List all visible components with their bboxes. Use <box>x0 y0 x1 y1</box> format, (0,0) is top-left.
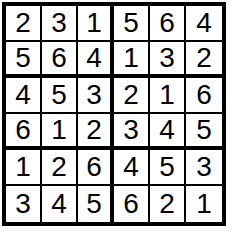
sudoku-cell-r1c1[interactable]: 2 <box>6 6 42 42</box>
sudoku-cell-r6c6[interactable]: 1 <box>186 186 222 222</box>
sudoku-cell-r5c1[interactable]: 1 <box>6 150 42 186</box>
sudoku-cell-r1c6[interactable]: 4 <box>186 6 222 42</box>
sudoku-cell-r2c4[interactable]: 1 <box>114 42 150 78</box>
sudoku-cell-r3c3[interactable]: 3 <box>78 78 114 114</box>
sudoku-cell-r4c2[interactable]: 1 <box>42 114 78 150</box>
sudoku-cell-r6c3[interactable]: 5 <box>78 186 114 222</box>
page: 2 3 1 5 6 4 5 6 4 1 3 2 4 5 3 2 1 6 6 1 … <box>0 0 243 249</box>
sudoku-cell-r3c2[interactable]: 5 <box>42 78 78 114</box>
sudoku-cell-r6c4[interactable]: 6 <box>114 186 150 222</box>
sudoku-cell-r5c2[interactable]: 2 <box>42 150 78 186</box>
sudoku-cell-r2c2[interactable]: 6 <box>42 42 78 78</box>
sudoku-cell-r1c3[interactable]: 1 <box>78 6 114 42</box>
sudoku-cell-r6c2[interactable]: 4 <box>42 186 78 222</box>
sudoku-cell-r6c1[interactable]: 3 <box>6 186 42 222</box>
sudoku-cell-r5c4[interactable]: 4 <box>114 150 150 186</box>
sudoku-cell-r4c5[interactable]: 4 <box>150 114 186 150</box>
sudoku-cell-r2c1[interactable]: 5 <box>6 42 42 78</box>
sudoku-cell-r2c5[interactable]: 3 <box>150 42 186 78</box>
sudoku-cell-r5c6[interactable]: 3 <box>186 150 222 186</box>
sudoku-cell-r2c6[interactable]: 2 <box>186 42 222 78</box>
sudoku-cell-r5c3[interactable]: 6 <box>78 150 114 186</box>
sudoku-cell-r4c4[interactable]: 3 <box>114 114 150 150</box>
sudoku-cell-r6c5[interactable]: 2 <box>150 186 186 222</box>
sudoku-cell-r3c6[interactable]: 6 <box>186 78 222 114</box>
sudoku-cell-r2c3[interactable]: 4 <box>78 42 114 78</box>
sudoku-cell-r1c2[interactable]: 3 <box>42 6 78 42</box>
sudoku-board: 2 3 1 5 6 4 5 6 4 1 3 2 4 5 3 2 1 6 6 1 … <box>2 2 226 226</box>
sudoku-cell-r3c5[interactable]: 1 <box>150 78 186 114</box>
sudoku-cell-r4c6[interactable]: 5 <box>186 114 222 150</box>
sudoku-cell-r1c4[interactable]: 5 <box>114 6 150 42</box>
sudoku-cell-r3c4[interactable]: 2 <box>114 78 150 114</box>
sudoku-cell-r4c1[interactable]: 6 <box>6 114 42 150</box>
sudoku-cell-r1c5[interactable]: 6 <box>150 6 186 42</box>
sudoku-cell-r3c1[interactable]: 4 <box>6 78 42 114</box>
sudoku-cell-r5c5[interactable]: 5 <box>150 150 186 186</box>
sudoku-cell-r4c3[interactable]: 2 <box>78 114 114 150</box>
